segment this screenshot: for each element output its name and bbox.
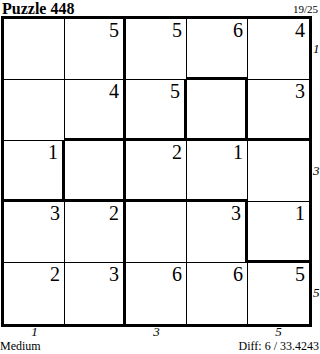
cell-r3c5[interactable] (248, 141, 309, 202)
given-digit: 6 (233, 20, 243, 40)
given-digit: 1 (295, 203, 305, 223)
cell-r4c5[interactable]: 1 (248, 202, 309, 263)
cell-r2c3[interactable]: 5 (126, 80, 187, 141)
cell-r3c1[interactable]: 1 (4, 141, 65, 202)
given-digit: 3 (295, 81, 305, 101)
puzzle-board: 5564453121323123665 (1, 16, 312, 327)
cell-r3c3[interactable]: 2 (126, 141, 187, 202)
diff-stat: Diff: 6 / 33.4243 (239, 339, 319, 354)
cell-r2c1[interactable] (4, 80, 65, 141)
given-digit: 3 (231, 203, 241, 223)
given-digit: 2 (172, 142, 182, 162)
given-digit: 5 (109, 20, 119, 40)
given-digit: 5 (170, 81, 180, 101)
difficulty-label: Medium (0, 339, 41, 354)
given-digit: 2 (109, 203, 119, 223)
cell-r2c2[interactable]: 4 (65, 80, 126, 141)
given-digit: 2 (50, 264, 60, 284)
row-label-3: 3 (313, 163, 320, 178)
given-digit: 4 (109, 81, 119, 101)
cell-r4c1[interactable]: 3 (4, 202, 65, 263)
given-digit: 3 (50, 203, 60, 223)
cell-r5c5[interactable]: 5 (248, 263, 309, 324)
given-digit: 5 (172, 20, 182, 40)
cell-r4c3[interactable] (126, 202, 187, 263)
given-digit: 1 (48, 142, 58, 162)
cell-r4c4[interactable]: 3 (187, 202, 248, 263)
col-label-5: 5 (248, 324, 309, 339)
cell-r3c4[interactable]: 1 (187, 141, 248, 202)
col-label-1: 1 (4, 324, 65, 339)
given-digit: 1 (233, 142, 243, 162)
row-label-1: 1 (313, 41, 320, 56)
cell-r1c1[interactable] (4, 19, 65, 80)
cell-r2c4[interactable] (187, 80, 248, 141)
givens-count: 19/25 (293, 3, 318, 15)
cell-r2c5[interactable]: 3 (248, 80, 309, 141)
given-digit: 4 (295, 20, 305, 40)
cell-r3c2[interactable] (65, 141, 126, 202)
given-digit: 6 (233, 264, 243, 284)
given-digit: 5 (295, 264, 305, 284)
cell-r1c5[interactable]: 4 (248, 19, 309, 80)
cell-r1c4[interactable]: 6 (187, 19, 248, 80)
cell-r5c3[interactable]: 6 (126, 263, 187, 324)
given-digit: 6 (172, 264, 182, 284)
cell-r1c3[interactable]: 5 (126, 19, 187, 80)
cell-r5c4[interactable]: 6 (187, 263, 248, 324)
col-label-3: 3 (126, 324, 187, 339)
cell-r1c2[interactable]: 5 (65, 19, 126, 80)
row-label-5: 5 (313, 285, 320, 300)
given-digit: 3 (109, 264, 119, 284)
cell-r5c2[interactable]: 3 (65, 263, 126, 324)
puzzle-page: Puzzle 448 19/25 5564453121323123665 1 3… (0, 0, 320, 354)
cell-r5c1[interactable]: 2 (4, 263, 65, 324)
cell-r4c2[interactable]: 2 (65, 202, 126, 263)
